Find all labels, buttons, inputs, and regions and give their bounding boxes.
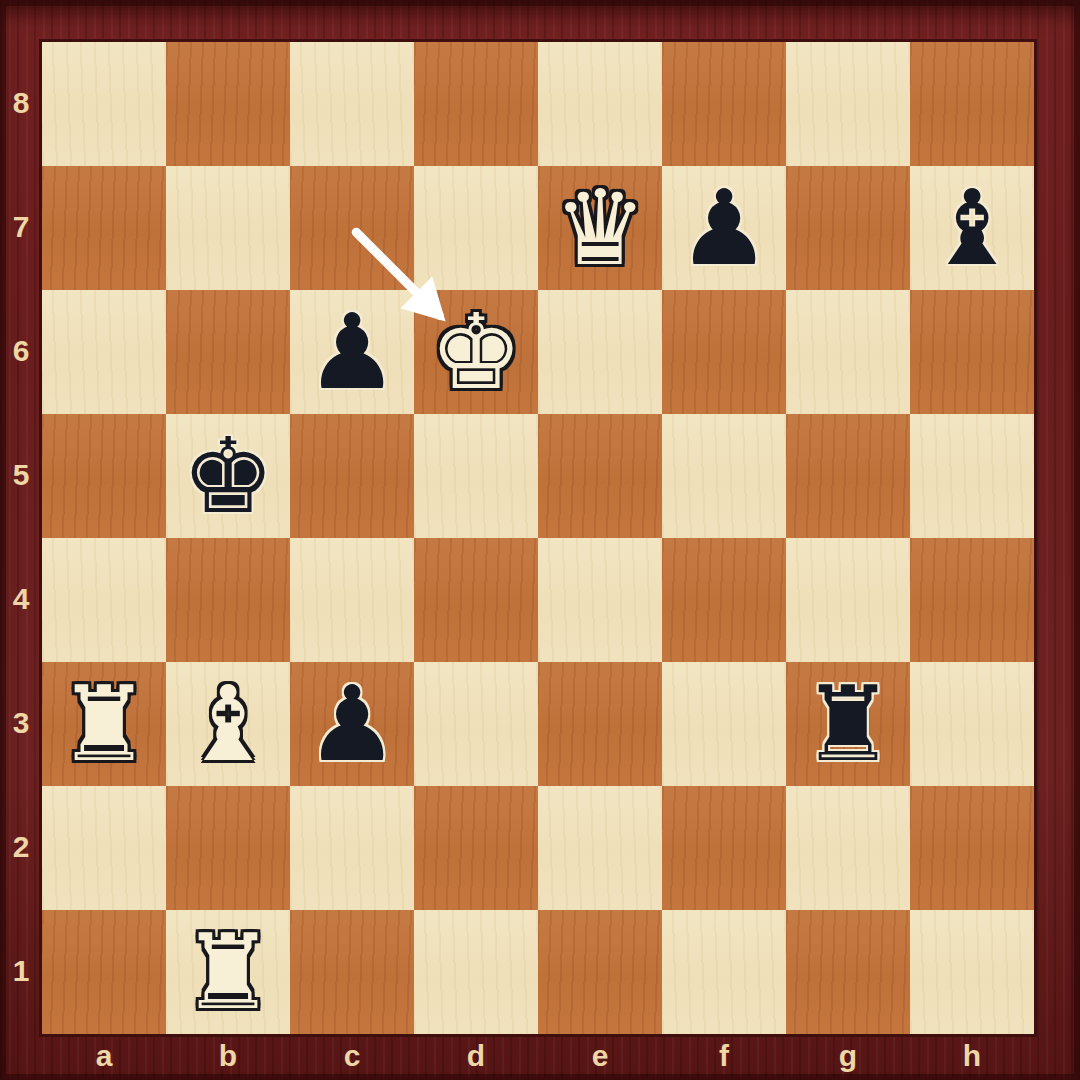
square-g6[interactable] [786,290,910,414]
square-d3[interactable] [414,662,538,786]
square-e3[interactable] [538,662,662,786]
square-c5[interactable] [290,414,414,538]
square-b2[interactable] [166,786,290,910]
square-d6[interactable]: ♚ [414,290,538,414]
square-d4[interactable] [414,538,538,662]
square-h5[interactable] [910,414,1034,538]
square-a6[interactable] [42,290,166,414]
file-label-f: f [662,1039,786,1075]
square-e4[interactable] [538,538,662,662]
square-c2[interactable] [290,786,414,910]
file-label-g: g [786,1039,910,1075]
rank-label-3: 3 [4,706,38,740]
square-a3[interactable]: ♜ [42,662,166,786]
square-b6[interactable] [166,290,290,414]
square-b4[interactable] [166,538,290,662]
rank-label-5: 5 [4,458,38,492]
piece-black-rook[interactable]: ♜ [786,662,910,786]
file-label-h: h [910,1039,1034,1075]
square-f8[interactable] [662,42,786,166]
square-f3[interactable] [662,662,786,786]
square-h4[interactable] [910,538,1034,662]
file-label-d: d [414,1039,538,1075]
square-b7[interactable] [166,166,290,290]
square-e5[interactable] [538,414,662,538]
square-g4[interactable] [786,538,910,662]
square-f1[interactable] [662,910,786,1034]
piece-black-bishop[interactable]: ♝ [910,166,1034,290]
piece-white-king[interactable]: ♚ [414,290,538,414]
piece-black-pawn[interactable]: ♟ [290,662,414,786]
square-a4[interactable] [42,538,166,662]
rank-label-2: 2 [4,830,38,864]
piece-white-rook[interactable]: ♜ [166,910,290,1034]
square-b8[interactable] [166,42,290,166]
square-d1[interactable] [414,910,538,1034]
square-f5[interactable] [662,414,786,538]
square-e1[interactable] [538,910,662,1034]
square-c4[interactable] [290,538,414,662]
piece-white-bishop[interactable]: ♝ [166,662,290,786]
square-f4[interactable] [662,538,786,662]
square-h6[interactable] [910,290,1034,414]
square-f7[interactable]: ♟ [662,166,786,290]
piece-white-rook[interactable]: ♜ [42,662,166,786]
square-g7[interactable] [786,166,910,290]
square-a2[interactable] [42,786,166,910]
file-label-e: e [538,1039,662,1075]
square-d8[interactable] [414,42,538,166]
square-d2[interactable] [414,786,538,910]
rank-label-6: 6 [4,334,38,368]
piece-black-pawn[interactable]: ♟ [290,290,414,414]
square-f6[interactable] [662,290,786,414]
piece-black-king[interactable]: ♚ [166,414,290,538]
square-e6[interactable] [538,290,662,414]
board-frame: ♛♟♝♟♚♚♜♝♟♜♜ 87654321abcdefgh [0,0,1080,1080]
square-d7[interactable] [414,166,538,290]
chess-board: ♛♟♝♟♚♚♜♝♟♜♜ [42,42,1034,1034]
square-b5[interactable]: ♚ [166,414,290,538]
square-h3[interactable] [910,662,1034,786]
rank-label-7: 7 [4,210,38,244]
piece-white-queen[interactable]: ♛ [538,166,662,290]
rank-label-4: 4 [4,582,38,616]
square-g8[interactable] [786,42,910,166]
square-b3[interactable]: ♝ [166,662,290,786]
square-c7[interactable] [290,166,414,290]
file-label-c: c [290,1039,414,1075]
square-c3[interactable]: ♟ [290,662,414,786]
square-h8[interactable] [910,42,1034,166]
file-label-a: a [42,1039,166,1075]
square-d5[interactable] [414,414,538,538]
square-f2[interactable] [662,786,786,910]
square-g2[interactable] [786,786,910,910]
square-g3[interactable]: ♜ [786,662,910,786]
square-h2[interactable] [910,786,1034,910]
rank-label-8: 8 [4,86,38,120]
square-b1[interactable]: ♜ [166,910,290,1034]
piece-black-pawn[interactable]: ♟ [662,166,786,290]
square-e8[interactable] [538,42,662,166]
square-h7[interactable]: ♝ [910,166,1034,290]
file-label-b: b [166,1039,290,1075]
square-c8[interactable] [290,42,414,166]
square-c6[interactable]: ♟ [290,290,414,414]
square-h1[interactable] [910,910,1034,1034]
square-a7[interactable] [42,166,166,290]
square-g1[interactable] [786,910,910,1034]
square-e2[interactable] [538,786,662,910]
square-g5[interactable] [786,414,910,538]
square-e7[interactable]: ♛ [538,166,662,290]
square-a8[interactable] [42,42,166,166]
rank-label-1: 1 [4,954,38,988]
square-c1[interactable] [290,910,414,1034]
square-a5[interactable] [42,414,166,538]
square-a1[interactable] [42,910,166,1034]
